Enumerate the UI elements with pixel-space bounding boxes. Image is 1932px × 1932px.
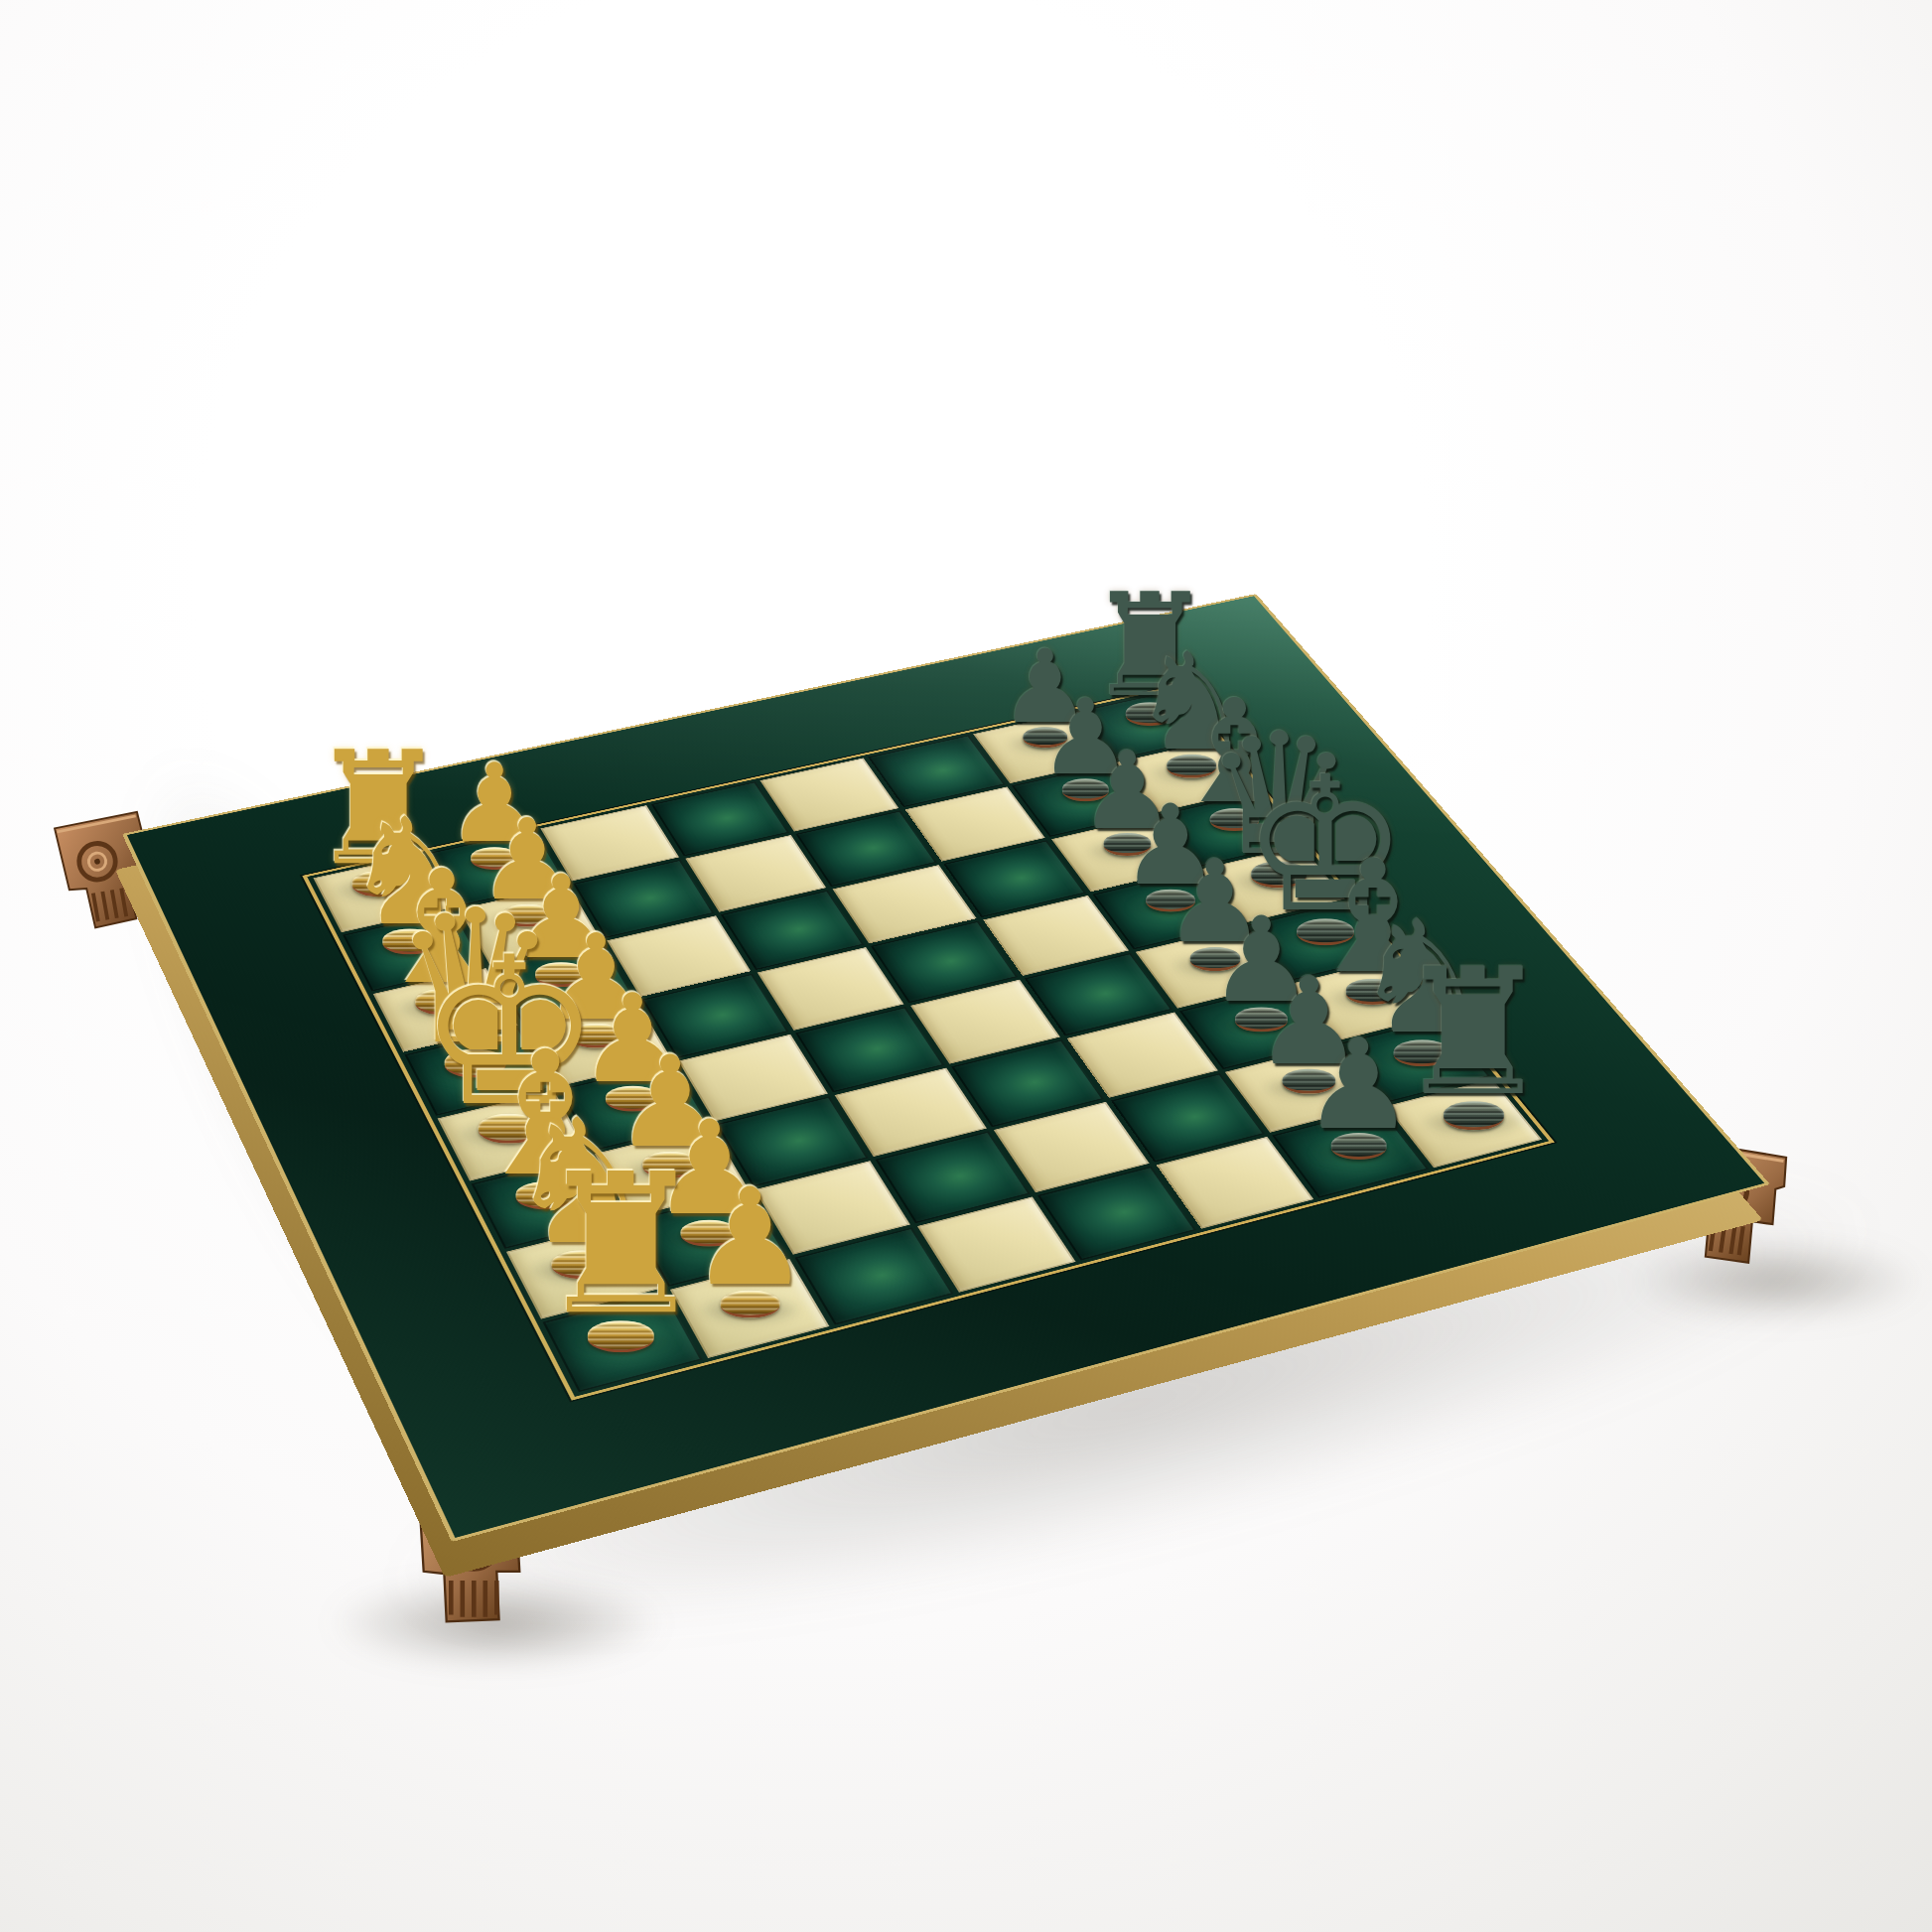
checker-grid (302, 685, 1555, 1401)
scene: ♜♞♝♛♚♝♞♜♟♟♟♟♟♟♟♟♟♟♟♟♟♟♟♟♜♞♝♛♚♝♞♜ (0, 0, 1932, 1932)
